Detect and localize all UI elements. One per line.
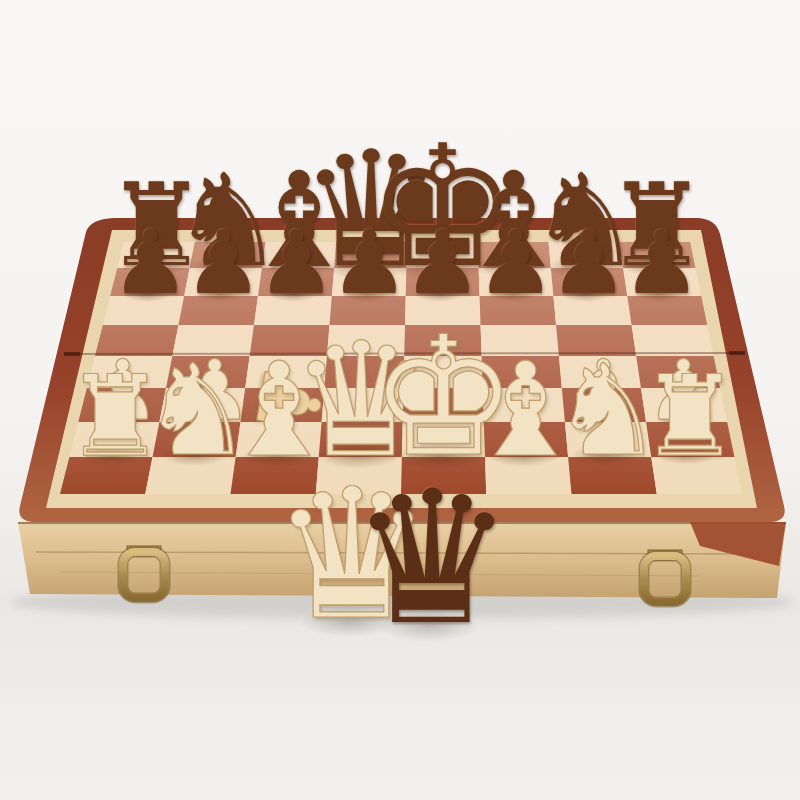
chess-piece-dark-pawn-b7[interactable]: ♟ xyxy=(184,219,263,307)
chess-piece-dark-pawn-e7[interactable]: ♟ xyxy=(403,219,482,307)
chess-piece-light-rook-h2[interactable]: ♜ xyxy=(639,360,739,472)
chess-piece-dark-pawn-d7[interactable]: ♟ xyxy=(330,219,409,307)
chess-piece-dark-pawn-f7[interactable]: ♟ xyxy=(476,219,555,307)
chess-piece-dark-pawn-g7[interactable]: ♟ xyxy=(549,219,628,307)
chess-piece-dark-queen[interactable]: ♛ xyxy=(350,466,515,650)
chess-piece-dark-pawn-h7[interactable]: ♟ xyxy=(622,219,701,307)
chess-set-product-photo: ♜♞♝♛♚♝♞♜♟♟♟♟♟♟♟♟♟♟♟♟♟♜♞♝♛♚♝♞♜♛♛ xyxy=(0,0,800,800)
chess-piece-dark-pawn-a7[interactable]: ♟ xyxy=(111,219,190,307)
chess-piece-dark-pawn-c7[interactable]: ♟ xyxy=(257,219,336,307)
